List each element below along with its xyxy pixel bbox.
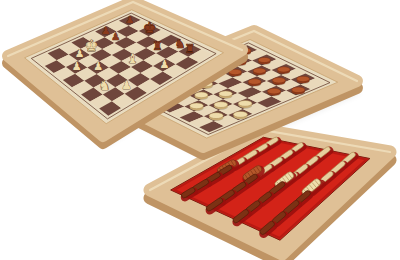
red-checker-disc xyxy=(272,78,285,83)
light-checker-disc xyxy=(214,102,228,108)
chess-piece-dark-P: ♟ xyxy=(101,25,110,36)
chess-piece-light-K: ♚ xyxy=(85,37,99,55)
chess-piece-dark-P: ♟ xyxy=(125,14,134,25)
chess-piece-light-P: ♟ xyxy=(93,60,103,73)
chess-piece-light-N: ♞ xyxy=(98,77,110,93)
chess-piece-dark-K: ♚ xyxy=(143,19,156,36)
chess-piece-dark-P: ♟ xyxy=(111,31,120,42)
chess-piece-light-P: ♟ xyxy=(72,60,82,73)
red-checker-disc xyxy=(267,88,280,94)
red-checker-disc xyxy=(277,67,290,72)
chess-piece-light-P: ♟ xyxy=(75,47,85,60)
scene-svg: ♟♚♟♟♞♜♚♜♟♝♟♟♟♟♞ xyxy=(0,0,400,260)
chess-piece-light-P: ♟ xyxy=(159,58,169,71)
chess-piece-light-B: ♝ xyxy=(126,51,138,66)
red-checker-disc xyxy=(258,57,270,62)
chess-piece-light-P: ♟ xyxy=(121,78,131,92)
light-checker-disc xyxy=(233,111,247,117)
light-checker-disc xyxy=(190,103,204,109)
product-photo-chess-checkers-set: ♟♚♟♟♞♜♚♜♟♝♟♟♟♟♞ xyxy=(0,0,400,260)
chess-piece-dark-R: ♜ xyxy=(185,42,196,56)
light-checker-disc xyxy=(195,92,208,98)
chess-piece-dark-R: ♜ xyxy=(152,39,162,53)
light-checker-disc xyxy=(238,100,252,106)
light-checker-disc xyxy=(209,113,223,119)
red-checker-disc xyxy=(297,76,310,81)
red-checker-disc xyxy=(248,79,261,84)
red-checker-disc xyxy=(253,68,266,73)
red-checker-disc xyxy=(292,87,305,93)
light-checker-disc xyxy=(219,91,232,97)
